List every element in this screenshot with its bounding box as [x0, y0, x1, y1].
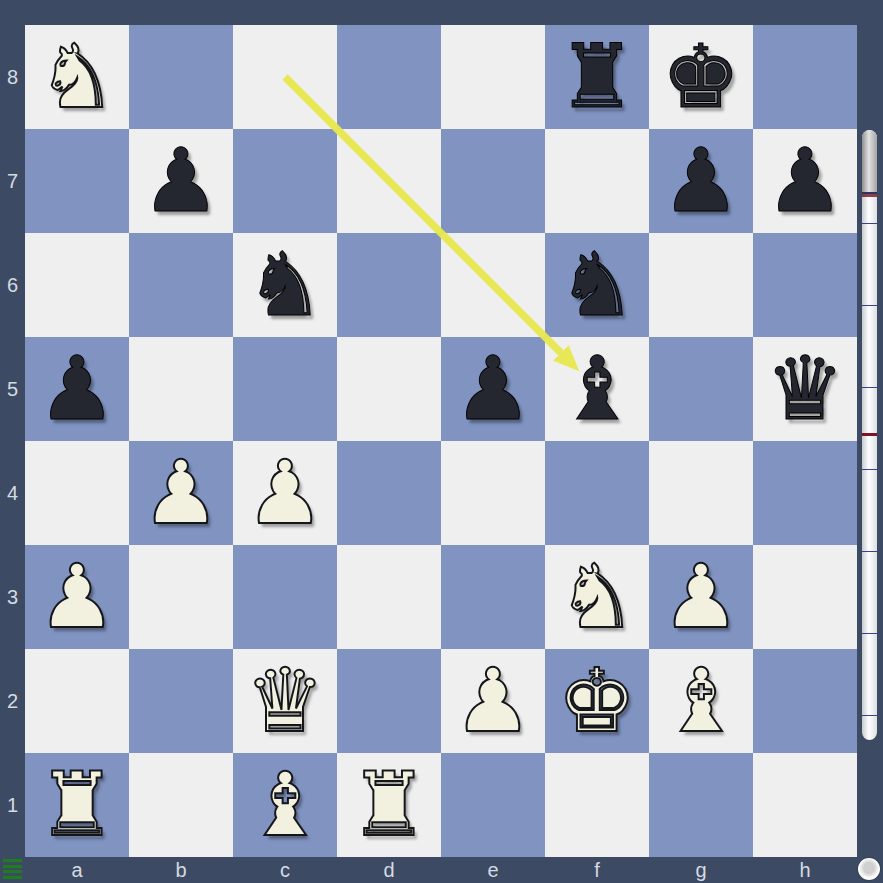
file-label-h: h: [753, 857, 857, 883]
square-a3[interactable]: ♟: [25, 545, 129, 649]
square-a6[interactable]: [25, 233, 129, 337]
square-f1[interactable]: [545, 753, 649, 857]
square-e4[interactable]: [441, 441, 545, 545]
square-e7[interactable]: [441, 129, 545, 233]
square-d8[interactable]: [337, 25, 441, 129]
square-g3[interactable]: ♟: [649, 545, 753, 649]
file-label-c: c: [233, 857, 337, 883]
square-g5[interactable]: [649, 337, 753, 441]
piece-white-bishop-c1[interactable]: ♝: [246, 761, 325, 849]
eval-gauge-tick: [862, 715, 877, 716]
file-label-f: f: [545, 857, 649, 883]
square-e8[interactable]: [441, 25, 545, 129]
square-c7[interactable]: [233, 129, 337, 233]
square-b5[interactable]: [129, 337, 233, 441]
square-f6[interactable]: ♞: [545, 233, 649, 337]
square-b7[interactable]: ♟: [129, 129, 233, 233]
piece-black-pawn-h7[interactable]: ♟: [766, 137, 845, 225]
square-e2[interactable]: ♟: [441, 649, 545, 753]
square-h1[interactable]: [753, 753, 857, 857]
square-a1[interactable]: ♜: [25, 753, 129, 857]
square-d3[interactable]: [337, 545, 441, 649]
square-a4[interactable]: [25, 441, 129, 545]
board[interactable]: ♞♜♚♟♟♟♞♞♟♟♝♛♟♟♟♞♟♛♟♚♝♜♝♜: [25, 25, 857, 857]
piece-white-knight-f3[interactable]: ♞: [558, 553, 637, 641]
square-a7[interactable]: [25, 129, 129, 233]
square-b8[interactable]: [129, 25, 233, 129]
menu-icon-bar: [3, 870, 22, 873]
square-h7[interactable]: ♟: [753, 129, 857, 233]
square-e3[interactable]: [441, 545, 545, 649]
piece-white-knight-a8[interactable]: ♞: [38, 33, 117, 121]
eval-gauge-tick: [862, 305, 877, 306]
file-label-d: d: [337, 857, 441, 883]
piece-white-pawn-e2[interactable]: ♟: [454, 657, 533, 745]
square-c4[interactable]: ♟: [233, 441, 337, 545]
rank-label-7: 7: [0, 129, 25, 233]
square-d6[interactable]: [337, 233, 441, 337]
piece-white-king-f2[interactable]: ♚: [558, 657, 637, 745]
piece-white-pawn-g3[interactable]: ♟: [662, 553, 741, 641]
square-c5[interactable]: [233, 337, 337, 441]
square-b1[interactable]: [129, 753, 233, 857]
piece-black-rook-f8[interactable]: ♜: [558, 33, 637, 121]
square-e5[interactable]: ♟: [441, 337, 545, 441]
eval-gauge-center-line: [862, 433, 877, 436]
eval-gauge-tick: [862, 551, 877, 552]
eval-gauge: [862, 130, 877, 740]
eval-gauge-tick: [862, 633, 877, 634]
square-b6[interactable]: [129, 233, 233, 337]
square-b3[interactable]: [129, 545, 233, 649]
rank-label-1: 1: [0, 753, 25, 857]
square-f2[interactable]: ♚: [545, 649, 649, 753]
square-g2[interactable]: ♝: [649, 649, 753, 753]
file-label-g: g: [649, 857, 753, 883]
square-a5[interactable]: ♟: [25, 337, 129, 441]
file-label-e: e: [441, 857, 545, 883]
square-f8[interactable]: ♜: [545, 25, 649, 129]
square-g1[interactable]: [649, 753, 753, 857]
rank-label-5: 5: [0, 337, 25, 441]
piece-black-pawn-b7[interactable]: ♟: [142, 137, 221, 225]
piece-white-rook-a1[interactable]: ♜: [38, 761, 117, 849]
rank-label-2: 2: [0, 649, 25, 753]
piece-black-king-g8[interactable]: ♚: [662, 33, 741, 121]
eval-gauge-tick: [862, 387, 877, 388]
square-a8[interactable]: ♞: [25, 25, 129, 129]
file-labels: abcdefgh: [25, 857, 857, 883]
file-label-a: a: [25, 857, 129, 883]
eval-gauge-tick: [862, 469, 877, 470]
menu-icon-bar: [3, 876, 22, 879]
square-d1[interactable]: ♜: [337, 753, 441, 857]
square-c1[interactable]: ♝: [233, 753, 337, 857]
square-h4[interactable]: [753, 441, 857, 545]
square-f7[interactable]: [545, 129, 649, 233]
square-f3[interactable]: ♞: [545, 545, 649, 649]
square-g7[interactable]: ♟: [649, 129, 753, 233]
square-h6[interactable]: [753, 233, 857, 337]
piece-white-pawn-c4[interactable]: ♟: [246, 449, 325, 537]
piece-white-pawn-b4[interactable]: ♟: [142, 449, 221, 537]
square-g6[interactable]: [649, 233, 753, 337]
menu-icon[interactable]: [3, 859, 22, 879]
piece-white-queen-c2[interactable]: ♛: [246, 657, 325, 745]
square-c3[interactable]: [233, 545, 337, 649]
square-b4[interactable]: ♟: [129, 441, 233, 545]
square-d4[interactable]: [337, 441, 441, 545]
rank-label-6: 6: [0, 233, 25, 337]
piece-white-pawn-a3[interactable]: ♟: [38, 553, 117, 641]
eval-gauge-thumb: [862, 130, 877, 194]
square-c6[interactable]: ♞: [233, 233, 337, 337]
square-h2[interactable]: [753, 649, 857, 753]
square-f5[interactable]: ♝: [545, 337, 649, 441]
side-to-move-indicator-white-ball: [858, 858, 880, 880]
menu-icon-bar: [3, 859, 22, 862]
piece-black-pawn-a5[interactable]: ♟: [38, 345, 117, 433]
piece-black-knight-f6[interactable]: ♞: [558, 241, 637, 329]
piece-black-pawn-g7[interactable]: ♟: [662, 137, 741, 225]
file-label-b: b: [129, 857, 233, 883]
piece-black-bishop-f5[interactable]: ♝: [558, 345, 637, 433]
square-e6[interactable]: [441, 233, 545, 337]
rank-label-3: 3: [0, 545, 25, 649]
piece-white-rook-d1[interactable]: ♜: [350, 761, 429, 849]
square-a2[interactable]: [25, 649, 129, 753]
square-b2[interactable]: [129, 649, 233, 753]
rank-labels: 87654321: [0, 25, 25, 857]
piece-white-bishop-g2[interactable]: ♝: [662, 657, 741, 745]
rank-label-4: 4: [0, 441, 25, 545]
piece-black-pawn-e5[interactable]: ♟: [454, 345, 533, 433]
square-d7[interactable]: [337, 129, 441, 233]
chess-app: 87654321 ♞♜♚♟♟♟♞♞♟♟♝♛♟♟♟♞♟♛♟♚♝♜♝♜ abcdef…: [0, 0, 883, 883]
square-h3[interactable]: [753, 545, 857, 649]
square-g8[interactable]: ♚: [649, 25, 753, 129]
rank-label-8: 8: [0, 25, 25, 129]
square-h8[interactable]: [753, 25, 857, 129]
eval-gauge-tick: [862, 223, 877, 224]
square-d2[interactable]: [337, 649, 441, 753]
menu-icon-bar: [3, 865, 22, 868]
square-g4[interactable]: [649, 441, 753, 545]
piece-black-knight-c6[interactable]: ♞: [246, 241, 325, 329]
square-d5[interactable]: [337, 337, 441, 441]
square-c2[interactable]: ♛: [233, 649, 337, 753]
square-f4[interactable]: [545, 441, 649, 545]
square-c8[interactable]: [233, 25, 337, 129]
square-h5[interactable]: ♛: [753, 337, 857, 441]
square-e1[interactable]: [441, 753, 545, 857]
piece-black-queen-h5[interactable]: ♛: [766, 345, 845, 433]
